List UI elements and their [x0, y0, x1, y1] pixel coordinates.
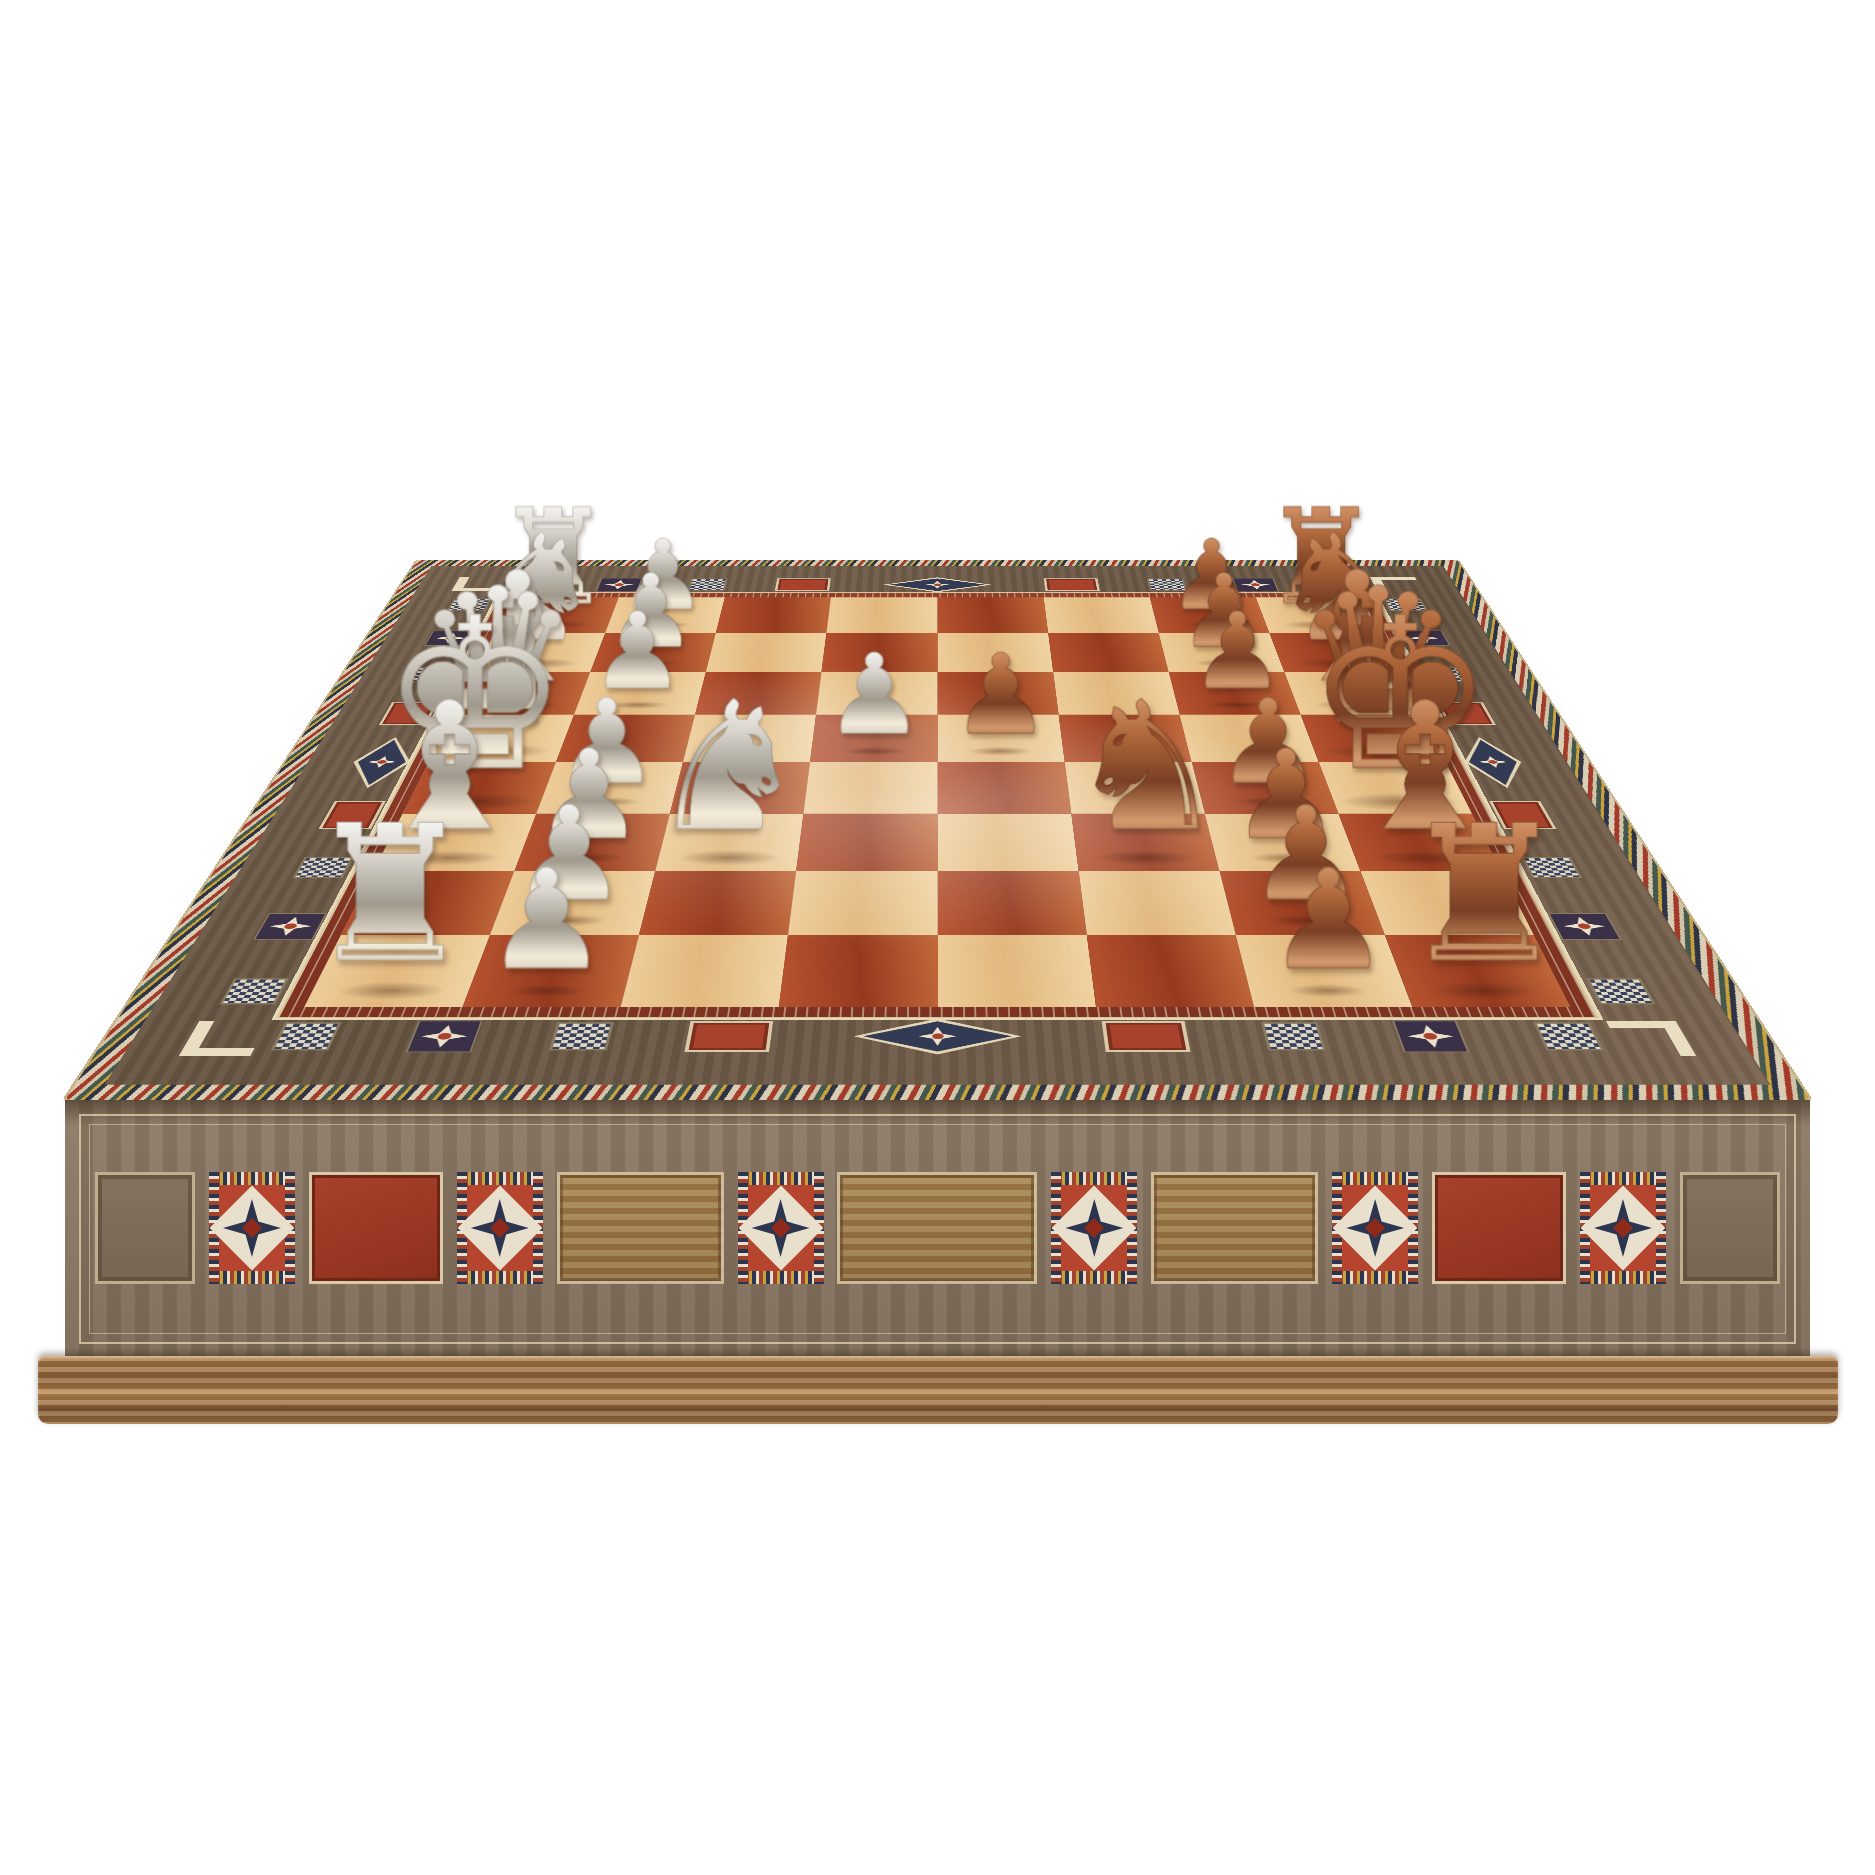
box-panel-star: [1580, 1172, 1666, 1284]
box-panel-wood: [557, 1172, 724, 1284]
piece-black-rook-h8[interactable]: ♜: [1400, 801, 1569, 989]
knight-glyph: ♞: [648, 678, 808, 857]
pawn-glyph: ♟: [485, 851, 609, 989]
piece-white-knight-f3[interactable]: ♞: [648, 678, 808, 857]
piece-white-rook-h1[interactable]: ♜: [306, 801, 475, 989]
rook-glyph: ♜: [306, 801, 475, 989]
photo-scene: ♜♞♝♛♚♝♜♟♟♟♟♟♟♟♟♞♜♞♝♛♚♝♜♟♟♟♟♟♟♟♟♞: [0, 0, 1875, 1875]
pawn-glyph: ♟: [951, 639, 1050, 750]
box-panel-red: [1432, 1172, 1566, 1284]
box-front-face: [65, 1100, 1810, 1358]
box-panel-red: [309, 1172, 443, 1284]
box-panel-plain: [95, 1172, 195, 1284]
box-panel-plain: [1680, 1172, 1780, 1284]
inlay-panel-row: [95, 1172, 1780, 1284]
piece-black-knight-f6[interactable]: ♞: [1066, 678, 1226, 857]
mosaic-tile-checker: [1261, 1022, 1326, 1050]
chess-board: ♜♞♝♛♚♝♜♟♟♟♟♟♟♟♟♞♜♞♝♛♚♝♜♟♟♟♟♟♟♟♟♞: [65, 560, 1810, 1100]
piece-white-pawn-h2[interactable]: ♟: [485, 851, 609, 989]
rook-glyph: ♜: [1400, 801, 1569, 989]
box-panel-wood-wide: [837, 1172, 1037, 1284]
box-panel-star: [738, 1172, 824, 1284]
box-panel-wood: [1151, 1172, 1318, 1284]
knight-glyph: ♞: [1066, 678, 1226, 857]
piece-black-pawn-d5[interactable]: ♟: [951, 639, 1050, 750]
pawn-glyph: ♟: [825, 639, 924, 750]
box-panel-star: [1051, 1172, 1137, 1284]
piece-black-pawn-h7[interactable]: ♟: [1266, 851, 1390, 989]
pawn-glyph: ♟: [1266, 851, 1390, 989]
box-panel-star: [209, 1172, 295, 1284]
mosaic-tile-checker: [549, 1022, 614, 1050]
box-panel-star: [1332, 1172, 1418, 1284]
piece-white-pawn-d4[interactable]: ♟: [825, 639, 924, 750]
base-molding: [38, 1356, 1838, 1424]
box-panel-star: [457, 1172, 543, 1284]
